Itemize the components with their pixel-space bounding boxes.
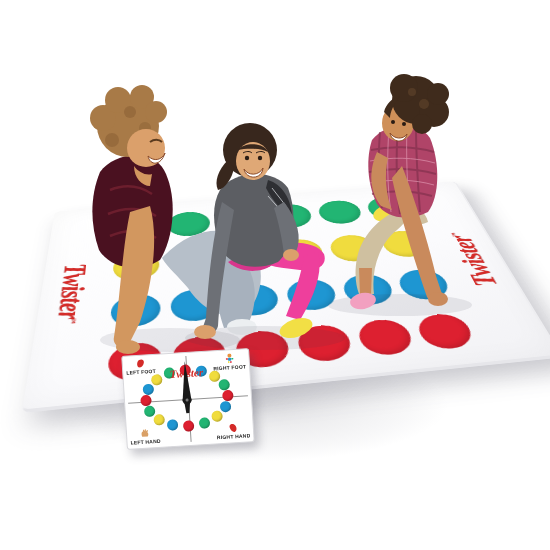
foot-icon [228,423,239,433]
mascot-icon [224,353,235,364]
spinner-quadrant-right-hand: RIGHT HAND [216,422,250,440]
foot-icon [135,359,146,369]
twister-product-photo: Twister™ Twister™ [0,0,550,550]
hand-icon [140,428,151,438]
spinner-quadrant-left-hand: LEFT HAND [130,428,161,446]
hand-on-red-dot [428,292,448,306]
spinner-card[interactable]: Twister LEFT FOOT RIGHT FOOT [121,348,254,450]
hand-on-red-dot [116,340,140,354]
spinner-quadrant-right-foot: RIGHT FOOT [212,352,246,371]
hand-on-red-dot [194,325,216,339]
spinner-quadrant-left-foot: LEFT FOOT [125,358,155,376]
player-right [328,74,472,316]
players-illustration [0,0,550,550]
